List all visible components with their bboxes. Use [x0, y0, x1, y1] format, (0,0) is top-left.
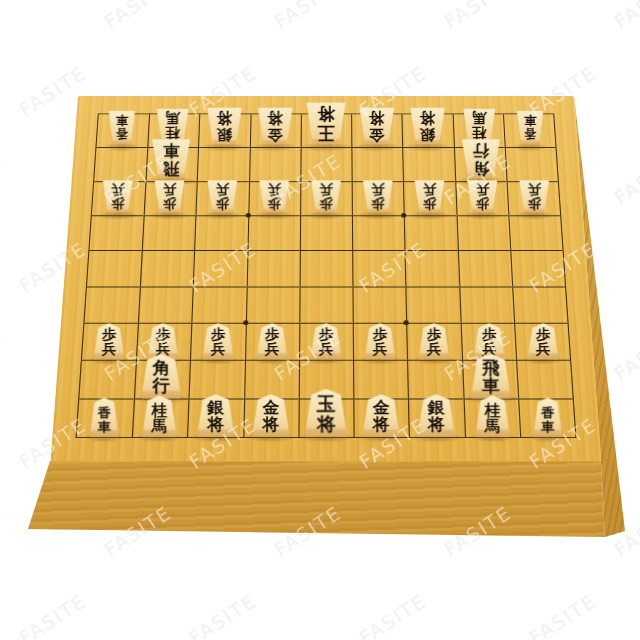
- piece-face: 歩兵: [92, 323, 127, 360]
- piece-face: 歩兵: [257, 180, 290, 215]
- piece-sente-rook[interactable]: 飛車: [468, 353, 513, 398]
- piece-gote-silver[interactable]: 銀将: [205, 108, 244, 148]
- square-3-5[interactable]: [405, 250, 459, 286]
- square-7-5[interactable]: [193, 250, 247, 286]
- piece-kanji: 王: [317, 123, 334, 141]
- piece-kanji: 馬: [152, 418, 167, 434]
- piece-face: 銀将: [416, 394, 458, 437]
- piece-face: 歩兵: [413, 180, 446, 215]
- square-3-8[interactable]: [407, 360, 463, 398]
- piece-kanji: 歩: [319, 328, 333, 342]
- square-3-6[interactable]: [406, 286, 460, 323]
- piece-kanji: 兵: [102, 342, 116, 356]
- board-grid: 香車桂馬銀将金将王将金将銀将桂馬香車飛車角行歩兵歩兵歩兵歩兵歩兵歩兵歩兵歩兵歩兵…: [76, 113, 577, 438]
- piece-kanji: 歩: [111, 197, 124, 211]
- piece-kanji: 金: [267, 126, 282, 142]
- piece-gote-pawn[interactable]: 歩兵: [153, 180, 186, 215]
- piece-face: 歩兵: [518, 180, 551, 215]
- piece-kanji: 歩: [475, 197, 488, 211]
- piece-sente-lance[interactable]: 香車: [532, 397, 564, 437]
- piece-sente-pawn[interactable]: 歩兵: [92, 323, 127, 360]
- piece-face: 歩兵: [363, 323, 398, 360]
- square-7-4[interactable]: [195, 215, 248, 250]
- piece-face: 角行: [460, 139, 502, 181]
- piece-sente-silver[interactable]: 銀将: [416, 394, 458, 437]
- piece-face: 玉将: [302, 389, 349, 438]
- piece-sente-pawn[interactable]: 歩兵: [363, 323, 398, 360]
- piece-kanji: 車: [98, 420, 111, 434]
- piece-kanji: 歩: [427, 328, 441, 342]
- star-point: [404, 320, 409, 325]
- piece-face: 歩兵: [153, 180, 186, 215]
- piece-face: 金将: [256, 108, 295, 148]
- piece-kanji: 玉: [317, 395, 336, 414]
- piece-face: 王将: [304, 103, 348, 148]
- square-4-8[interactable]: [353, 360, 408, 398]
- piece-kanji: 兵: [423, 183, 436, 197]
- square-4-2[interactable]: [351, 147, 403, 181]
- piece-gote-gold[interactable]: 金将: [256, 108, 295, 148]
- piece-face: 歩兵: [101, 180, 134, 215]
- square-5-6[interactable]: [299, 286, 353, 323]
- piece-gote-pawn[interactable]: 歩兵: [309, 180, 342, 215]
- piece-kanji: 将: [262, 417, 279, 434]
- square-3-2[interactable]: [402, 147, 454, 181]
- piece-sente-knight[interactable]: 桂馬: [473, 395, 512, 437]
- square-2-5[interactable]: [457, 250, 511, 286]
- piece-gote-lance[interactable]: 香車: [107, 111, 136, 148]
- piece-kanji: 兵: [527, 183, 540, 197]
- piece-kanji: 香: [116, 126, 128, 139]
- piece-face: 歩兵: [254, 323, 289, 360]
- piece-sente-king[interactable]: 玉将: [302, 389, 349, 438]
- piece-kanji: 行: [472, 142, 488, 159]
- piece-face: 歩兵: [309, 323, 344, 360]
- piece-sente-pawn[interactable]: 歩兵: [309, 323, 344, 360]
- square-4-6[interactable]: [353, 286, 407, 323]
- piece-face: 銀将: [194, 394, 236, 437]
- piece-sente-knight[interactable]: 桂馬: [140, 395, 179, 437]
- piece-gote-pawn[interactable]: 歩兵: [257, 180, 290, 215]
- piece-gote-rook[interactable]: 飛車: [150, 139, 192, 181]
- piece-gote-pawn[interactable]: 歩兵: [466, 180, 499, 215]
- piece-kanji: 歩: [371, 197, 384, 211]
- piece-kanji: 将: [373, 417, 390, 434]
- piece-kanji: 角: [153, 359, 170, 377]
- piece-kanji: 車: [116, 114, 128, 127]
- piece-sente-pawn[interactable]: 歩兵: [417, 323, 452, 360]
- piece-face: 角行: [139, 353, 184, 398]
- piece-kanji: 兵: [427, 342, 441, 356]
- square-9-2[interactable]: [94, 147, 147, 181]
- piece-kanji: 歩: [211, 328, 225, 342]
- piece-kanji: 兵: [373, 342, 387, 356]
- square-7-6[interactable]: [192, 286, 246, 323]
- piece-kanji: 将: [369, 111, 384, 127]
- piece-kanji: 兵: [319, 342, 333, 356]
- piece-sente-lance[interactable]: 香車: [88, 397, 120, 437]
- piece-face: 金将: [360, 394, 402, 437]
- piece-kanji: 歩: [319, 197, 332, 211]
- piece-kanji: 兵: [211, 342, 225, 356]
- square-9-6[interactable]: [85, 286, 141, 323]
- square-6-8[interactable]: [244, 360, 299, 398]
- piece-face: 香車: [515, 111, 544, 148]
- piece-kanji: 兵: [319, 183, 332, 197]
- square-3-4[interactable]: [404, 215, 457, 250]
- square-1-8[interactable]: [516, 360, 573, 398]
- piece-sente-bishop[interactable]: 角行: [139, 353, 184, 398]
- square-9-5[interactable]: [87, 250, 142, 286]
- piece-kanji: 将: [207, 417, 224, 434]
- piece-kanji: 角: [472, 159, 488, 176]
- piece-sente-silver[interactable]: 銀将: [194, 394, 236, 437]
- piece-gote-pawn[interactable]: 歩兵: [413, 180, 446, 215]
- piece-face: 歩兵: [200, 323, 235, 360]
- square-5-2[interactable]: [300, 147, 352, 181]
- piece-face: 金将: [250, 394, 292, 437]
- square-8-6[interactable]: [138, 286, 193, 323]
- piece-gote-pawn[interactable]: 歩兵: [518, 180, 551, 215]
- piece-kanji: 兵: [265, 342, 279, 356]
- square-4-5[interactable]: [352, 250, 405, 286]
- piece-kanji: 歩: [373, 328, 387, 342]
- square-1-5[interactable]: [510, 250, 565, 286]
- piece-kanji: 桂: [484, 402, 499, 418]
- piece-kanji: 飛: [163, 159, 179, 176]
- square-8-4[interactable]: [142, 215, 196, 250]
- piece-face: 銀将: [409, 108, 448, 148]
- piece-sente-pawn[interactable]: 歩兵: [526, 323, 561, 360]
- piece-kanji: 香: [98, 406, 111, 420]
- square-1-4[interactable]: [508, 215, 562, 250]
- piece-kanji: 車: [482, 377, 499, 395]
- piece-face: 飛車: [150, 139, 192, 181]
- piece-face: 桂馬: [140, 395, 179, 437]
- piece-kanji: 将: [317, 106, 334, 124]
- piece-kanji: 歩: [156, 328, 170, 342]
- square-1-6[interactable]: [512, 286, 568, 323]
- piece-gote-lance[interactable]: 香車: [515, 111, 544, 148]
- square-6-5[interactable]: [246, 250, 299, 286]
- piece-sente-pawn[interactable]: 歩兵: [200, 323, 235, 360]
- piece-kanji: 馬: [472, 112, 486, 127]
- piece-kanji: 車: [524, 114, 536, 127]
- square-7-2[interactable]: [197, 147, 249, 181]
- square-1-2[interactable]: [504, 147, 557, 181]
- piece-face: 歩兵: [205, 180, 238, 215]
- piece-kanji: 将: [317, 414, 336, 433]
- piece-face: 香車: [532, 397, 564, 437]
- piece-kanji: 兵: [371, 183, 384, 197]
- piece-kanji: 兵: [215, 183, 228, 197]
- piece-kanji: 歩: [527, 197, 540, 211]
- piece-face: 歩兵: [417, 323, 452, 360]
- piece-kanji: 歩: [423, 197, 436, 211]
- star-point: [401, 213, 406, 218]
- piece-face: 香車: [107, 111, 136, 148]
- piece-kanji: 行: [153, 377, 170, 395]
- piece-kanji: 将: [267, 111, 282, 127]
- piece-kanji: 歩: [163, 197, 176, 211]
- square-9-4[interactable]: [89, 215, 143, 250]
- piece-kanji: 歩: [215, 197, 228, 211]
- piece-kanji: 飛: [482, 359, 499, 377]
- shogi-board: 香車桂馬銀将金将王将金将銀将桂馬香車飛車角行歩兵歩兵歩兵歩兵歩兵歩兵歩兵歩兵歩兵…: [51, 96, 602, 461]
- piece-kanji: 兵: [536, 342, 550, 356]
- piece-kanji: 兵: [111, 183, 124, 197]
- piece-gote-bishop[interactable]: 角行: [460, 139, 502, 181]
- piece-face: 香車: [88, 397, 120, 437]
- piece-gote-pawn[interactable]: 歩兵: [205, 180, 238, 215]
- square-8-5[interactable]: [140, 250, 194, 286]
- piece-gote-king[interactable]: 王将: [304, 103, 348, 148]
- piece-gote-pawn[interactable]: 歩兵: [101, 180, 134, 215]
- piece-face: 銀将: [205, 108, 244, 148]
- square-9-8[interactable]: [79, 360, 136, 398]
- piece-kanji: 将: [216, 111, 231, 127]
- piece-face: 歩兵: [361, 180, 394, 215]
- piece-kanji: 将: [429, 417, 446, 434]
- piece-face: 歩兵: [526, 323, 561, 360]
- piece-kanji: 歩: [102, 328, 116, 342]
- square-2-6[interactable]: [459, 286, 514, 323]
- piece-gote-gold[interactable]: 金将: [358, 108, 397, 148]
- product-photo-stage: FASITEFASITEFASITEFASITEFASITEFASITEFASI…: [0, 0, 640, 640]
- piece-kanji: 兵: [475, 183, 488, 197]
- piece-kanji: 銀: [216, 126, 231, 142]
- square-6-6[interactable]: [245, 286, 299, 323]
- piece-gote-pawn[interactable]: 歩兵: [361, 180, 394, 215]
- piece-gote-silver[interactable]: 銀将: [409, 108, 448, 148]
- piece-kanji: 歩: [265, 328, 279, 342]
- piece-kanji: 香: [541, 406, 554, 420]
- piece-kanji: 香: [524, 126, 536, 139]
- square-6-4[interactable]: [247, 215, 300, 250]
- piece-face: 歩兵: [309, 180, 342, 215]
- piece-kanji: 将: [420, 111, 435, 127]
- piece-face: 歩兵: [466, 180, 499, 215]
- square-5-5[interactable]: [299, 250, 352, 286]
- piece-kanji: 車: [163, 142, 179, 159]
- square-6-2[interactable]: [249, 147, 301, 181]
- piece-kanji: 金: [369, 126, 384, 142]
- piece-kanji: 馬: [484, 418, 499, 434]
- piece-sente-gold[interactable]: 金将: [360, 394, 402, 437]
- piece-face: 飛車: [468, 353, 513, 398]
- piece-face: 金将: [358, 108, 397, 148]
- piece-kanji: 馬: [166, 112, 180, 127]
- piece-kanji: 兵: [267, 183, 280, 197]
- square-7-8[interactable]: [189, 360, 245, 398]
- piece-sente-gold[interactable]: 金将: [250, 394, 292, 437]
- piece-kanji: 銀: [420, 126, 435, 142]
- piece-kanji: 歩: [267, 197, 280, 211]
- piece-sente-pawn[interactable]: 歩兵: [254, 323, 289, 360]
- square-4-4[interactable]: [352, 215, 405, 250]
- piece-kanji: 桂: [152, 402, 167, 418]
- piece-kanji: 歩: [536, 328, 550, 342]
- square-2-4[interactable]: [456, 215, 510, 250]
- piece-kanji: 歩: [482, 328, 496, 342]
- square-5-4[interactable]: [300, 215, 353, 250]
- board-scene: 香車桂馬銀将金将王将金将銀将桂馬香車飛車角行歩兵歩兵歩兵歩兵歩兵歩兵歩兵歩兵歩兵…: [0, 0, 640, 640]
- piece-kanji: 兵: [163, 183, 176, 197]
- piece-face: 桂馬: [473, 395, 512, 437]
- piece-kanji: 車: [541, 420, 554, 434]
